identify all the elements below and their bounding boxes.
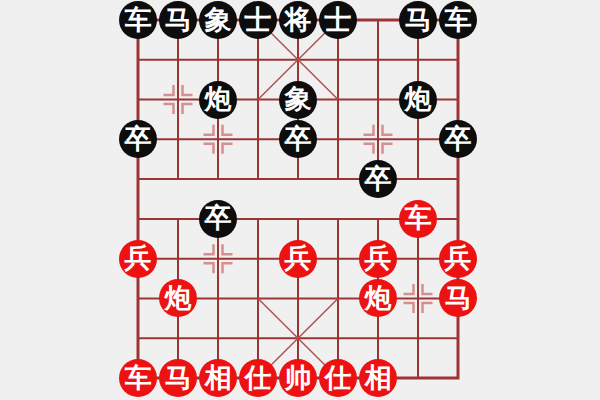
xiangqi-board: 车马象士将士马车炮象炮卒卒卒卒卒车兵兵兵兵炮炮马车马相仕帅仕相 (0, 0, 600, 400)
red-horse[interactable]: 马 (159, 359, 197, 397)
red-advisor[interactable]: 仕 (319, 359, 357, 397)
black-soldier[interactable]: 卒 (359, 160, 397, 198)
black-horse[interactable]: 马 (159, 1, 197, 39)
black-advisor[interactable]: 士 (319, 1, 357, 39)
red-elephant[interactable]: 相 (359, 359, 397, 397)
black-cannon[interactable]: 炮 (199, 81, 237, 119)
black-elephant[interactable]: 象 (199, 1, 237, 39)
black-general[interactable]: 将 (279, 1, 317, 39)
black-soldier[interactable]: 卒 (439, 120, 477, 158)
red-general[interactable]: 帅 (279, 359, 317, 397)
black-elephant[interactable]: 象 (279, 81, 317, 119)
black-cannon[interactable]: 炮 (399, 81, 437, 119)
black-chariot[interactable]: 车 (439, 1, 477, 39)
red-soldier[interactable]: 兵 (439, 240, 477, 278)
red-chariot[interactable]: 车 (119, 359, 157, 397)
black-soldier[interactable]: 卒 (279, 120, 317, 158)
red-elephant[interactable]: 相 (199, 359, 237, 397)
red-chariot[interactable]: 车 (399, 200, 437, 238)
black-horse[interactable]: 马 (399, 1, 437, 39)
red-horse[interactable]: 马 (439, 279, 477, 317)
black-soldier[interactable]: 卒 (119, 120, 157, 158)
red-soldier[interactable]: 兵 (279, 240, 317, 278)
red-soldier[interactable]: 兵 (119, 240, 157, 278)
black-soldier[interactable]: 卒 (199, 200, 237, 238)
black-advisor[interactable]: 士 (239, 1, 277, 39)
black-chariot[interactable]: 车 (119, 1, 157, 39)
board-grid (0, 0, 600, 400)
red-cannon[interactable]: 炮 (359, 279, 397, 317)
red-advisor[interactable]: 仕 (239, 359, 277, 397)
red-cannon[interactable]: 炮 (159, 279, 197, 317)
red-soldier[interactable]: 兵 (359, 240, 397, 278)
